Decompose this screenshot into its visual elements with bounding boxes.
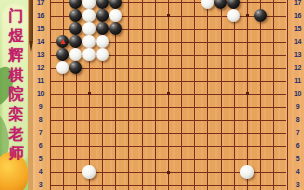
board-cell[interactable] [234,68,247,81]
board-cell[interactable] [207,159,220,172]
go-app-screen: 门煜辉棋院栾老师 17161514131211109876543 1716151… [0,0,304,190]
board-cell[interactable] [194,55,207,68]
board-cell[interactable] [194,159,207,172]
board-cell[interactable] [168,81,181,94]
board-cell[interactable] [63,146,76,159]
board-cell[interactable] [260,146,273,159]
go-board[interactable]: 17161514131211109876543 1716151413121110… [33,0,304,190]
stone-white-D13[interactable] [82,48,95,61]
board-cell[interactable] [207,133,220,146]
board-cell[interactable] [207,29,220,42]
board-cell[interactable] [221,68,234,81]
left-banner-panel: 门煜辉棋院栾老师 [0,0,33,190]
board-cell[interactable] [168,120,181,133]
title-char: 院 [3,85,29,105]
board-cell[interactable] [142,68,155,81]
board-cell[interactable] [102,133,115,146]
title-char: 师 [3,144,29,164]
hoshi-point-Q10 [246,92,249,95]
board-cell[interactable] [50,107,63,120]
row-label-11: 11 [292,77,304,85]
board-cell[interactable] [50,133,63,146]
board-cell[interactable] [115,42,128,55]
board-cell[interactable] [221,146,234,159]
stone-black-E16[interactable] [96,9,109,22]
board-cell[interactable] [194,81,207,94]
board-cell[interactable] [260,68,273,81]
board-cell[interactable] [142,29,155,42]
board-cell[interactable] [273,172,286,185]
board-cell[interactable] [89,133,102,146]
board-cell[interactable] [194,29,207,42]
stone-black-R16[interactable] [254,9,267,22]
row-label-14: 14 [35,38,47,46]
board-cell[interactable] [50,120,63,133]
board-cell[interactable] [128,68,141,81]
title-char: 老 [3,125,29,145]
stone-white-E14[interactable] [96,35,109,48]
board-cell[interactable] [260,107,273,120]
board-cell[interactable] [63,133,76,146]
board-cell[interactable] [76,94,89,107]
board-cell[interactable] [155,120,168,133]
board-cell[interactable] [142,172,155,185]
board-cell[interactable] [207,81,220,94]
board-cell[interactable] [207,42,220,55]
board-cell[interactable] [181,55,194,68]
board-cell[interactable] [89,120,102,133]
board-cell[interactable] [207,146,220,159]
board-cell[interactable] [247,185,260,190]
board-cell[interactable] [89,81,102,94]
row-label-6: 6 [35,142,47,150]
board-cell[interactable] [168,172,181,185]
board-cell[interactable] [273,94,286,107]
board-cell[interactable] [128,107,141,120]
hoshi-point-Q16 [246,14,249,17]
board-cell[interactable] [128,120,141,133]
board-cell[interactable] [89,94,102,107]
board-cell[interactable] [194,42,207,55]
row-label-10: 10 [35,90,47,98]
stone-black-B14[interactable]: ▲ [56,35,69,48]
board-cell[interactable] [168,107,181,120]
board-cell[interactable] [273,159,286,172]
board-cell[interactable] [128,159,141,172]
board-cell[interactable] [194,185,207,190]
board-cell[interactable] [168,159,181,172]
row-label-3: 3 [35,181,47,189]
board-cell[interactable] [50,159,63,172]
board-cell[interactable] [194,16,207,29]
hanging-brush-icon [29,41,33,52]
board-cell[interactable] [142,42,155,55]
board-cell[interactable] [207,16,220,29]
board-cell[interactable] [194,120,207,133]
board-cell[interactable] [128,146,141,159]
board-cell[interactable] [273,68,286,81]
board-cell[interactable] [155,68,168,81]
board-cell[interactable] [128,29,141,42]
board-cell[interactable] [234,185,247,190]
board-cell[interactable] [221,120,234,133]
board-cell[interactable] [128,55,141,68]
row-label-12: 12 [35,64,47,72]
board-cell[interactable] [89,146,102,159]
board-cell[interactable] [63,94,76,107]
board-cell[interactable] [115,68,128,81]
hanging-rod-decoration [29,0,33,42]
board-cell[interactable] [260,172,273,185]
board-cell[interactable] [50,172,63,185]
board-cell[interactable] [273,107,286,120]
board-cell[interactable] [273,42,286,55]
board-cell[interactable] [63,159,76,172]
hoshi-point-K10 [167,92,170,95]
board-cell[interactable] [194,146,207,159]
stone-white-D4[interactable] [82,165,95,178]
board-cell[interactable] [260,120,273,133]
board-cell[interactable] [115,133,128,146]
row-label-16: 16 [35,12,47,20]
board-cell[interactable] [247,146,260,159]
board-cell[interactable] [142,16,155,29]
board-cell[interactable] [76,120,89,133]
title-char: 煜 [3,27,29,47]
board-cell[interactable] [168,185,181,190]
row-label-9: 9 [292,103,304,111]
board-cell[interactable] [207,94,220,107]
board-cell[interactable] [142,94,155,107]
board-cell[interactable] [168,68,181,81]
board-cell[interactable] [181,146,194,159]
board-cell[interactable] [102,146,115,159]
board-cell[interactable] [102,159,115,172]
board-cell[interactable] [234,107,247,120]
board-cell[interactable] [221,107,234,120]
board-cell[interactable] [234,133,247,146]
board-cell[interactable] [155,172,168,185]
board-cell[interactable] [142,107,155,120]
board-cell[interactable] [102,107,115,120]
hoshi-point-D10 [88,92,91,95]
board-cell[interactable] [234,146,247,159]
board-cell[interactable] [207,68,220,81]
board-cell[interactable] [221,55,234,68]
board-cell[interactable] [50,94,63,107]
board-cell[interactable] [247,120,260,133]
board-cell[interactable] [181,81,194,94]
board-cell[interactable] [168,2,181,15]
title-char: 棋 [3,66,29,86]
board-cell[interactable] [260,42,273,55]
board-cell[interactable] [194,94,207,107]
board-cell[interactable] [221,159,234,172]
stone-black-E15[interactable] [96,22,109,35]
row-label-6: 6 [292,142,304,150]
board-cell[interactable] [76,185,89,190]
board-cell[interactable] [115,159,128,172]
board-cell[interactable] [102,172,115,185]
board-cell[interactable] [221,42,234,55]
row-label-15: 15 [35,25,47,33]
row-label-8: 8 [35,116,47,124]
board-cell[interactable] [102,68,115,81]
board-cell[interactable] [260,185,273,190]
stone-white-E13[interactable] [96,48,109,61]
board-cell[interactable] [273,133,286,146]
board-cell[interactable] [128,185,141,190]
board-cell[interactable] [207,172,220,185]
board-cell[interactable] [194,68,207,81]
board-cell[interactable] [234,120,247,133]
board-cell[interactable] [155,16,168,29]
row-label-14: 14 [292,38,304,46]
board-cell[interactable] [247,55,260,68]
board-cell[interactable] [115,107,128,120]
board-cell[interactable] [155,107,168,120]
board-cell[interactable] [115,94,128,107]
board-cell[interactable] [168,133,181,146]
board-cell[interactable] [128,2,141,15]
board-cell[interactable] [63,81,76,94]
board-cell[interactable] [181,172,194,185]
board-cell[interactable] [221,172,234,185]
board-cell[interactable] [50,185,63,190]
board-cell[interactable] [234,94,247,107]
board-cell[interactable] [221,94,234,107]
stone-black-F15[interactable] [109,22,122,35]
board-cell[interactable] [168,29,181,42]
board-cell[interactable] [76,146,89,159]
hoshi-point-K16 [167,14,170,17]
board-cell[interactable] [155,133,168,146]
board-cell[interactable] [115,55,128,68]
board-cell[interactable] [128,94,141,107]
row-label-7: 7 [35,129,47,137]
board-cell[interactable] [181,107,194,120]
board-cell[interactable] [247,94,260,107]
board-cell[interactable] [181,159,194,172]
board-cell[interactable] [142,159,155,172]
board-cell[interactable] [247,133,260,146]
row-label-15: 15 [292,25,304,33]
board-cell[interactable] [273,29,286,42]
board-cell[interactable] [168,146,181,159]
board-cell[interactable] [273,185,286,190]
board-cell[interactable] [181,29,194,42]
stone-white-D15[interactable] [82,22,95,35]
board-cell[interactable] [181,185,194,190]
board-cell[interactable] [260,159,273,172]
title-char: 辉 [3,46,29,66]
board-cell[interactable] [115,185,128,190]
board-cell[interactable] [102,185,115,190]
row-label-7: 7 [292,129,304,137]
row-label-16: 16 [292,12,304,20]
board-cell[interactable] [50,16,63,29]
board-cell[interactable] [142,146,155,159]
academy-title-vertical-text: 门煜辉棋院栾老师 [3,7,29,164]
row-label-13: 13 [292,51,304,59]
board-cell[interactable] [168,55,181,68]
row-label-17: 17 [292,0,304,7]
board-cell[interactable] [168,42,181,55]
board-cell[interactable] [181,2,194,15]
board-cell[interactable] [234,29,247,42]
board-cell[interactable] [142,55,155,68]
row-label-9: 9 [35,103,47,111]
board-cell[interactable] [247,107,260,120]
board-cell[interactable] [194,133,207,146]
board-cell[interactable] [273,2,286,15]
board-cell[interactable] [273,120,286,133]
row-label-8: 8 [292,116,304,124]
row-label-4: 4 [292,168,304,176]
board-cell[interactable] [181,42,194,55]
stone-white-F16[interactable] [109,9,122,22]
board-cell[interactable] [221,81,234,94]
board-cell[interactable] [260,133,273,146]
board-cell[interactable] [50,81,63,94]
board-cell[interactable] [50,2,63,15]
title-char: 栾 [3,105,29,125]
board-cell[interactable] [181,68,194,81]
row-label-12: 12 [292,64,304,72]
board-cell[interactable] [76,107,89,120]
board-cell[interactable] [50,146,63,159]
board-cell[interactable] [142,81,155,94]
board-cell[interactable] [273,16,286,29]
board-cell[interactable] [260,55,273,68]
board-cell[interactable] [76,133,89,146]
board-cell[interactable] [155,94,168,107]
board-cell[interactable] [234,55,247,68]
stone-white-D14[interactable] [82,35,95,48]
board-cell[interactable] [155,55,168,68]
board-cell[interactable] [155,146,168,159]
board-cell[interactable] [247,68,260,81]
board-cell[interactable] [63,172,76,185]
board-cell[interactable] [155,42,168,55]
row-label-5: 5 [292,155,304,163]
board-cell[interactable] [273,55,286,68]
board-cell[interactable] [247,81,260,94]
last-move-triangle-marker: ▲ [56,35,69,48]
board-cell[interactable] [181,120,194,133]
board-cell[interactable] [260,81,273,94]
board-cell[interactable] [207,55,220,68]
board-cell[interactable] [115,81,128,94]
board-cell[interactable] [207,185,220,190]
board-cell[interactable] [194,107,207,120]
board-cell[interactable] [63,185,76,190]
board-cell[interactable] [102,94,115,107]
board-cell[interactable] [194,172,207,185]
title-char: 门 [3,7,29,27]
board-cell[interactable] [128,42,141,55]
row-label-13: 13 [35,51,47,59]
board-cell[interactable] [207,120,220,133]
board-cell[interactable] [234,42,247,55]
board-cell[interactable] [102,120,115,133]
board-cell[interactable] [260,29,273,42]
hoshi-point-K4 [167,171,170,174]
board-cell[interactable] [128,16,141,29]
board-cell[interactable] [63,120,76,133]
board-cell[interactable] [63,107,76,120]
board-cell[interactable] [102,81,115,94]
board-cell[interactable] [207,107,220,120]
row-label-17: 17 [35,0,47,7]
board-cell[interactable] [181,16,194,29]
board-cell[interactable] [115,172,128,185]
board-cell[interactable] [115,120,128,133]
board-cell[interactable] [273,81,286,94]
stone-white-Q4[interactable] [240,165,253,178]
board-cell[interactable] [181,133,194,146]
board-cell[interactable] [221,29,234,42]
row-label-5: 5 [35,155,47,163]
board-cell[interactable] [89,107,102,120]
board-cell[interactable] [260,94,273,107]
board-cell[interactable] [273,146,286,159]
row-label-11: 11 [35,77,47,85]
stone-white-D16[interactable] [82,9,95,22]
board-cell[interactable] [168,94,181,107]
board-cell[interactable] [221,133,234,146]
board-cell[interactable] [128,81,141,94]
board-cell[interactable] [155,185,168,190]
board-cell[interactable] [247,42,260,55]
board-cell[interactable] [142,133,155,146]
board-cell[interactable] [142,120,155,133]
board-cell[interactable] [247,29,260,42]
board-cell[interactable] [142,2,155,15]
board-cell[interactable] [128,172,141,185]
row-label-3: 3 [292,181,304,189]
row-label-10: 10 [292,90,304,98]
board-cell[interactable] [89,68,102,81]
board-cell[interactable] [89,185,102,190]
board-cell[interactable] [168,16,181,29]
board-cell[interactable] [128,133,141,146]
board-cell[interactable] [221,185,234,190]
board-cell[interactable] [142,185,155,190]
board-cell[interactable] [155,29,168,42]
row-label-4: 4 [35,168,47,176]
board-cell[interactable] [181,94,194,107]
board-cell[interactable] [115,146,128,159]
